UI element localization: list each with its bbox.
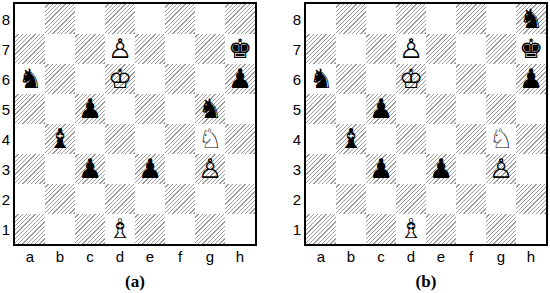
square-b4[interactable]: ♝ [45,124,75,154]
file-label-c: c [377,248,385,265]
square-b8[interactable] [45,4,75,34]
square-d1[interactable]: ♗ [105,214,135,244]
square-c1[interactable] [366,214,396,244]
square-a2[interactable] [15,184,45,214]
file-label-b: b [347,248,355,265]
black-pawn-piece: ♟ [78,94,102,124]
white-king-piece: ♔ [108,64,132,94]
square-h1[interactable] [225,214,255,244]
rank-label-5: 5 [293,101,301,118]
file-label-d: d [116,248,124,265]
square-c7[interactable] [366,34,396,64]
square-h2[interactable] [225,184,255,214]
square-b7[interactable] [45,34,75,64]
square-e4[interactable] [135,124,165,154]
rank-label-6: 6 [293,71,301,88]
square-a6[interactable]: ♞ [15,64,45,94]
black-knight-piece: ♞ [198,94,222,124]
black-pawn-piece: ♟ [78,154,102,184]
square-h3[interactable] [225,154,255,184]
spacer [0,246,13,266]
square-b7[interactable] [336,34,366,64]
black-bishop-piece: ♝ [48,124,72,154]
square-g6[interactable] [486,64,516,94]
square-e1[interactable] [135,214,165,244]
black-pawn-piece: ♟ [429,154,453,184]
square-h1[interactable] [516,214,546,244]
square-e1[interactable] [426,214,456,244]
chessboard-a: ♙♚♞♔♟♟♞♝♘♟♟♙♗ [13,2,257,246]
square-e2[interactable] [135,184,165,214]
square-g7[interactable] [486,34,516,64]
rank-label-7: 7 [2,41,10,58]
square-a7[interactable] [306,34,336,64]
white-bishop-piece: ♗ [399,214,423,244]
square-e8[interactable] [426,4,456,34]
square-b2[interactable] [45,184,75,214]
square-f3[interactable] [165,154,195,184]
file-labels: abcdefgh [306,246,546,266]
square-b5[interactable] [336,94,366,124]
square-e8[interactable] [135,4,165,34]
black-knight-piece: ♞ [519,4,543,34]
square-f4[interactable] [165,124,195,154]
square-f8[interactable] [165,4,195,34]
square-h8[interactable] [225,4,255,34]
square-d4[interactable] [105,124,135,154]
rank-label-3: 3 [2,161,10,178]
black-knight-piece: ♞ [18,64,42,94]
square-h6[interactable]: ♟ [516,64,546,94]
square-e3[interactable]: ♟ [135,154,165,184]
square-c6[interactable] [75,64,105,94]
file-label-e: e [146,248,154,265]
square-b3[interactable] [336,154,366,184]
square-d3[interactable] [105,154,135,184]
rank-labels: 87654321 [0,2,13,246]
black-pawn-piece: ♟ [138,154,162,184]
square-c8[interactable] [366,4,396,34]
board-caption-a: (a) [13,266,257,292]
rank-label-2: 2 [293,191,301,208]
spacer [291,246,304,266]
square-f5[interactable] [165,94,195,124]
black-pawn-piece: ♟ [228,64,252,94]
board-group-b: 87654321 ♞♙♚♞♔♟♟♝♘♟♟♙♗ abcdefgh (b) [291,2,548,292]
square-f6[interactable] [165,64,195,94]
square-e2[interactable] [426,184,456,214]
square-e5[interactable] [426,94,456,124]
white-knight-piece: ♘ [489,124,513,154]
file-label-h: h [527,248,535,265]
square-a5[interactable] [306,94,336,124]
square-a4[interactable] [306,124,336,154]
square-g2[interactable] [486,184,516,214]
square-e6[interactable] [426,64,456,94]
file-label-f: f [469,248,473,265]
square-h5[interactable] [516,94,546,124]
square-b1[interactable] [45,214,75,244]
square-d2[interactable] [396,184,426,214]
board-caption-b: (b) [304,266,548,292]
square-h3[interactable] [516,154,546,184]
square-e4[interactable] [426,124,456,154]
rank-label-1: 1 [293,221,301,238]
square-a1[interactable] [15,214,45,244]
square-b2[interactable] [336,184,366,214]
square-d6[interactable]: ♔ [396,64,426,94]
square-d7[interactable]: ♙ [396,34,426,64]
square-h4[interactable] [225,124,255,154]
rank-label-7: 7 [293,41,301,58]
square-d6[interactable]: ♔ [105,64,135,94]
square-c7[interactable] [75,34,105,64]
rank-label-3: 3 [293,161,301,178]
square-c6[interactable] [366,64,396,94]
square-c4[interactable] [75,124,105,154]
square-g5[interactable]: ♞ [195,94,225,124]
square-c3[interactable]: ♟ [366,154,396,184]
rank-label-4: 4 [293,131,301,148]
file-label-d: d [407,248,415,265]
square-h2[interactable] [516,184,546,214]
square-g3[interactable]: ♙ [486,154,516,184]
square-d2[interactable] [105,184,135,214]
square-c5[interactable]: ♟ [366,94,396,124]
square-f1[interactable] [165,214,195,244]
square-h8[interactable]: ♞ [516,4,546,34]
square-g2[interactable] [195,184,225,214]
square-b1[interactable] [336,214,366,244]
white-pawn-piece: ♙ [489,154,513,184]
square-g8[interactable] [195,4,225,34]
square-f7[interactable] [165,34,195,64]
square-f3[interactable] [456,154,486,184]
square-b6[interactable] [336,64,366,94]
square-c2[interactable] [75,184,105,214]
square-e5[interactable] [135,94,165,124]
square-f2[interactable] [456,184,486,214]
square-a2[interactable] [306,184,336,214]
file-labels: abcdefgh [15,246,255,266]
square-a3[interactable] [306,154,336,184]
black-king-piece: ♚ [519,34,543,64]
square-c3[interactable]: ♟ [75,154,105,184]
square-a3[interactable] [15,154,45,184]
square-a8[interactable] [306,4,336,34]
square-a1[interactable] [306,214,336,244]
square-c1[interactable] [75,214,105,244]
file-label-h: h [236,248,244,265]
file-label-a: a [317,248,325,265]
file-label-e: e [437,248,445,265]
white-pawn-piece: ♙ [108,34,132,64]
square-g1[interactable] [195,214,225,244]
square-d4[interactable] [396,124,426,154]
square-e7[interactable] [426,34,456,64]
square-c2[interactable] [366,184,396,214]
rank-label-1: 1 [2,221,10,238]
file-label-g: g [206,248,214,265]
file-label-a: a [26,248,34,265]
white-knight-piece: ♘ [198,124,222,154]
square-h5[interactable] [225,94,255,124]
square-f4[interactable] [456,124,486,154]
chess-diagrams-figure: 87654321 ♙♚♞♔♟♟♞♝♘♟♟♙♗ abcdefgh (a) 8765… [0,0,550,292]
square-f2[interactable] [165,184,195,214]
chessboard-b: ♞♙♚♞♔♟♟♝♘♟♟♙♗ [304,2,548,246]
square-a5[interactable] [15,94,45,124]
square-g6[interactable] [195,64,225,94]
black-bishop-piece: ♝ [339,124,363,154]
square-b8[interactable] [336,4,366,34]
rank-label-4: 4 [2,131,10,148]
white-pawn-piece: ♙ [198,154,222,184]
black-pawn-piece: ♟ [369,154,393,184]
square-f7[interactable] [456,34,486,64]
square-e7[interactable] [135,34,165,64]
square-d8[interactable] [396,4,426,34]
square-f5[interactable] [456,94,486,124]
square-a8[interactable] [15,4,45,34]
square-a7[interactable] [15,34,45,64]
square-c5[interactable]: ♟ [75,94,105,124]
file-label-b: b [56,248,64,265]
square-b4[interactable]: ♝ [336,124,366,154]
square-b3[interactable] [45,154,75,184]
square-h4[interactable] [516,124,546,154]
square-g3[interactable]: ♙ [195,154,225,184]
square-h7[interactable]: ♚ [225,34,255,64]
board-group-a: 87654321 ♙♚♞♔♟♟♞♝♘♟♟♙♗ abcdefgh (a) [0,2,257,292]
square-g4[interactable]: ♘ [195,124,225,154]
square-g5[interactable] [486,94,516,124]
square-d1[interactable]: ♗ [396,214,426,244]
square-b6[interactable] [45,64,75,94]
square-g4[interactable]: ♘ [486,124,516,154]
square-b5[interactable] [45,94,75,124]
white-king-piece: ♔ [399,64,423,94]
square-f8[interactable] [456,4,486,34]
square-g8[interactable] [486,4,516,34]
square-h6[interactable]: ♟ [225,64,255,94]
square-h7[interactable]: ♚ [516,34,546,64]
square-e3[interactable]: ♟ [426,154,456,184]
rank-label-5: 5 [2,101,10,118]
square-g1[interactable] [486,214,516,244]
white-pawn-piece: ♙ [399,34,423,64]
square-d3[interactable] [396,154,426,184]
square-f1[interactable] [456,214,486,244]
square-d8[interactable] [105,4,135,34]
square-e6[interactable] [135,64,165,94]
square-f6[interactable] [456,64,486,94]
rank-labels: 87654321 [291,2,304,246]
square-d5[interactable] [105,94,135,124]
square-g7[interactable] [195,34,225,64]
rank-label-6: 6 [2,71,10,88]
rank-label-2: 2 [2,191,10,208]
black-pawn-piece: ♟ [369,94,393,124]
rank-label-8: 8 [2,11,10,28]
rank-label-8: 8 [293,11,301,28]
black-knight-piece: ♞ [309,64,333,94]
file-label-g: g [497,248,505,265]
square-c4[interactable] [366,124,396,154]
square-a6[interactable]: ♞ [306,64,336,94]
black-king-piece: ♚ [228,34,252,64]
black-pawn-piece: ♟ [519,64,543,94]
square-d5[interactable] [396,94,426,124]
white-bishop-piece: ♗ [108,214,132,244]
square-c8[interactable] [75,4,105,34]
square-a4[interactable] [15,124,45,154]
file-label-f: f [178,248,182,265]
file-label-c: c [86,248,94,265]
square-d7[interactable]: ♙ [105,34,135,64]
